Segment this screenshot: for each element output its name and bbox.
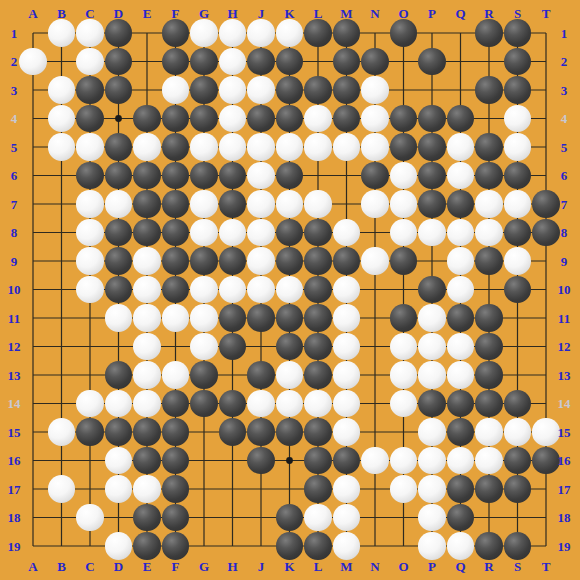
intersection-C5[interactable] [76,133,105,162]
intersection-J11[interactable] [247,304,276,333]
intersection-P1[interactable] [418,19,447,48]
intersection-S17[interactable] [503,475,532,504]
intersection-P9[interactable] [418,247,447,276]
intersection-J12[interactable] [247,332,276,361]
intersection-H11[interactable] [218,304,247,333]
intersection-N2[interactable] [361,47,390,76]
intersection-M7[interactable] [332,190,361,219]
intersection-C8[interactable] [76,218,105,247]
intersection-R2[interactable] [475,47,504,76]
intersection-B4[interactable] [47,104,76,133]
intersection-P7[interactable] [418,190,447,219]
intersection-Q4[interactable] [446,104,475,133]
intersection-G8[interactable] [190,218,219,247]
intersection-N8[interactable] [361,218,390,247]
intersection-S1[interactable] [503,19,532,48]
intersection-J6[interactable] [247,161,276,190]
intersection-O15[interactable] [389,418,418,447]
intersection-S9[interactable] [503,247,532,276]
intersection-F14[interactable] [161,389,190,418]
intersection-P12[interactable] [418,332,447,361]
intersection-J13[interactable] [247,361,276,390]
intersection-B15[interactable] [47,418,76,447]
intersection-S12[interactable] [503,332,532,361]
intersection-F12[interactable] [161,332,190,361]
intersection-F6[interactable] [161,161,190,190]
intersection-H9[interactable] [218,247,247,276]
intersection-O14[interactable] [389,389,418,418]
intersection-M2[interactable] [332,47,361,76]
intersection-G2[interactable] [190,47,219,76]
intersection-B8[interactable] [47,218,76,247]
intersection-E11[interactable] [133,304,162,333]
intersection-E2[interactable] [133,47,162,76]
intersection-L4[interactable] [304,104,333,133]
intersection-P19[interactable] [418,532,447,561]
intersection-N4[interactable] [361,104,390,133]
intersection-O18[interactable] [389,503,418,532]
intersection-P8[interactable] [418,218,447,247]
intersection-P17[interactable] [418,475,447,504]
intersection-G9[interactable] [190,247,219,276]
intersection-G4[interactable] [190,104,219,133]
intersection-D17[interactable] [104,475,133,504]
intersection-G13[interactable] [190,361,219,390]
intersection-E10[interactable] [133,275,162,304]
intersection-C9[interactable] [76,247,105,276]
intersection-Q16[interactable] [446,446,475,475]
intersection-M11[interactable] [332,304,361,333]
intersection-H8[interactable] [218,218,247,247]
intersection-D12[interactable] [104,332,133,361]
intersection-G19[interactable] [190,532,219,561]
intersection-L19[interactable] [304,532,333,561]
intersection-E5[interactable] [133,133,162,162]
intersection-Q12[interactable] [446,332,475,361]
intersection-N15[interactable] [361,418,390,447]
intersection-H5[interactable] [218,133,247,162]
intersection-N7[interactable] [361,190,390,219]
intersection-G16[interactable] [190,446,219,475]
intersection-L11[interactable] [304,304,333,333]
intersection-J15[interactable] [247,418,276,447]
intersection-L8[interactable] [304,218,333,247]
intersection-O4[interactable] [389,104,418,133]
intersection-O11[interactable] [389,304,418,333]
intersection-J17[interactable] [247,475,276,504]
intersection-O5[interactable] [389,133,418,162]
intersection-M16[interactable] [332,446,361,475]
intersection-O3[interactable] [389,76,418,105]
intersection-F18[interactable] [161,503,190,532]
intersection-F3[interactable] [161,76,190,105]
intersection-F4[interactable] [161,104,190,133]
intersection-K18[interactable] [275,503,304,532]
intersection-S7[interactable] [503,190,532,219]
intersection-Q1[interactable] [446,19,475,48]
intersection-H16[interactable] [218,446,247,475]
intersection-B13[interactable] [47,361,76,390]
intersection-N14[interactable] [361,389,390,418]
intersection-N11[interactable] [361,304,390,333]
intersection-P18[interactable] [418,503,447,532]
intersection-D5[interactable] [104,133,133,162]
intersection-F5[interactable] [161,133,190,162]
intersection-M14[interactable] [332,389,361,418]
intersection-L9[interactable] [304,247,333,276]
intersection-E1[interactable] [133,19,162,48]
intersection-N6[interactable] [361,161,390,190]
intersection-E18[interactable] [133,503,162,532]
intersection-K11[interactable] [275,304,304,333]
intersection-L2[interactable] [304,47,333,76]
intersection-E15[interactable] [133,418,162,447]
intersection-R13[interactable] [475,361,504,390]
intersection-P5[interactable] [418,133,447,162]
intersection-D3[interactable] [104,76,133,105]
intersection-B10[interactable] [47,275,76,304]
intersection-L1[interactable] [304,19,333,48]
intersection-S11[interactable] [503,304,532,333]
intersection-P16[interactable] [418,446,447,475]
intersection-R18[interactable] [475,503,504,532]
intersection-K15[interactable] [275,418,304,447]
intersection-H6[interactable] [218,161,247,190]
intersection-R10[interactable] [475,275,504,304]
intersection-R15[interactable] [475,418,504,447]
intersection-P15[interactable] [418,418,447,447]
intersection-R5[interactable] [475,133,504,162]
intersection-B16[interactable] [47,446,76,475]
intersection-Q19[interactable] [446,532,475,561]
intersection-J2[interactable] [247,47,276,76]
intersection-C18[interactable] [76,503,105,532]
intersection-K19[interactable] [275,532,304,561]
intersection-B1[interactable] [47,19,76,48]
intersection-L15[interactable] [304,418,333,447]
intersection-N19[interactable] [361,532,390,561]
intersection-H4[interactable] [218,104,247,133]
intersection-N18[interactable] [361,503,390,532]
intersection-C11[interactable] [76,304,105,333]
intersection-O10[interactable] [389,275,418,304]
intersection-Q13[interactable] [446,361,475,390]
intersection-K4[interactable] [275,104,304,133]
intersection-K17[interactable] [275,475,304,504]
intersection-H13[interactable] [218,361,247,390]
intersection-D19[interactable] [104,532,133,561]
intersection-F10[interactable] [161,275,190,304]
intersection-L3[interactable] [304,76,333,105]
intersection-H2[interactable] [218,47,247,76]
intersection-F17[interactable] [161,475,190,504]
intersection-E14[interactable] [133,389,162,418]
intersection-R4[interactable] [475,104,504,133]
intersection-F13[interactable] [161,361,190,390]
intersection-M17[interactable] [332,475,361,504]
intersection-S14[interactable] [503,389,532,418]
intersection-N17[interactable] [361,475,390,504]
intersection-B18[interactable] [47,503,76,532]
intersection-N13[interactable] [361,361,390,390]
intersection-B3[interactable] [47,76,76,105]
intersection-O8[interactable] [389,218,418,247]
intersection-Q15[interactable] [446,418,475,447]
intersection-D7[interactable] [104,190,133,219]
intersection-O17[interactable] [389,475,418,504]
intersection-P3[interactable] [418,76,447,105]
intersection-F19[interactable] [161,532,190,561]
intersection-C3[interactable] [76,76,105,105]
intersection-C7[interactable] [76,190,105,219]
intersection-H18[interactable] [218,503,247,532]
intersection-H7[interactable] [218,190,247,219]
intersection-G11[interactable] [190,304,219,333]
intersection-Q9[interactable] [446,247,475,276]
intersection-F2[interactable] [161,47,190,76]
intersection-P13[interactable] [418,361,447,390]
intersection-N10[interactable] [361,275,390,304]
intersection-E12[interactable] [133,332,162,361]
intersection-D4[interactable] [104,104,133,133]
intersection-C2[interactable] [76,47,105,76]
intersection-K6[interactable] [275,161,304,190]
intersection-P11[interactable] [418,304,447,333]
intersection-C10[interactable] [76,275,105,304]
intersection-J14[interactable] [247,389,276,418]
intersection-H10[interactable] [218,275,247,304]
intersection-M8[interactable] [332,218,361,247]
intersection-D1[interactable] [104,19,133,48]
intersection-G18[interactable] [190,503,219,532]
intersection-J19[interactable] [247,532,276,561]
intersection-G15[interactable] [190,418,219,447]
intersection-C16[interactable] [76,446,105,475]
intersection-P14[interactable] [418,389,447,418]
intersection-L13[interactable] [304,361,333,390]
intersection-G10[interactable] [190,275,219,304]
intersection-Q5[interactable] [446,133,475,162]
intersection-O16[interactable] [389,446,418,475]
intersection-S10[interactable] [503,275,532,304]
intersection-P2[interactable] [418,47,447,76]
intersection-D15[interactable] [104,418,133,447]
intersection-J9[interactable] [247,247,276,276]
intersection-G6[interactable] [190,161,219,190]
intersection-H15[interactable] [218,418,247,447]
intersection-D16[interactable] [104,446,133,475]
intersection-O19[interactable] [389,532,418,561]
intersection-Q2[interactable] [446,47,475,76]
intersection-C15[interactable] [76,418,105,447]
intersection-Q14[interactable] [446,389,475,418]
intersection-C13[interactable] [76,361,105,390]
intersection-Q11[interactable] [446,304,475,333]
intersection-K14[interactable] [275,389,304,418]
intersection-N16[interactable] [361,446,390,475]
intersection-L7[interactable] [304,190,333,219]
intersection-Q17[interactable] [446,475,475,504]
intersection-O9[interactable] [389,247,418,276]
intersection-E9[interactable] [133,247,162,276]
intersection-G3[interactable] [190,76,219,105]
intersection-J8[interactable] [247,218,276,247]
intersection-H19[interactable] [218,532,247,561]
intersection-D18[interactable] [104,503,133,532]
intersection-P6[interactable] [418,161,447,190]
intersection-R8[interactable] [475,218,504,247]
intersection-J1[interactable] [247,19,276,48]
intersection-B11[interactable] [47,304,76,333]
intersection-B7[interactable] [47,190,76,219]
intersection-E3[interactable] [133,76,162,105]
intersection-E13[interactable] [133,361,162,390]
intersection-B6[interactable] [47,161,76,190]
intersection-R3[interactable] [475,76,504,105]
intersection-B12[interactable] [47,332,76,361]
intersection-G5[interactable] [190,133,219,162]
intersection-S13[interactable] [503,361,532,390]
intersection-S3[interactable] [503,76,532,105]
intersection-M3[interactable] [332,76,361,105]
intersection-N3[interactable] [361,76,390,105]
intersection-C12[interactable] [76,332,105,361]
intersection-G7[interactable] [190,190,219,219]
intersection-F8[interactable] [161,218,190,247]
intersection-D2[interactable] [104,47,133,76]
intersection-C17[interactable] [76,475,105,504]
intersection-M5[interactable] [332,133,361,162]
intersection-S15[interactable] [503,418,532,447]
intersection-B17[interactable] [47,475,76,504]
intersection-Q6[interactable] [446,161,475,190]
intersection-O12[interactable] [389,332,418,361]
intersection-D13[interactable] [104,361,133,390]
intersection-G12[interactable] [190,332,219,361]
intersection-K2[interactable] [275,47,304,76]
intersection-L16[interactable] [304,446,333,475]
intersection-E4[interactable] [133,104,162,133]
intersection-N1[interactable] [361,19,390,48]
intersection-M12[interactable] [332,332,361,361]
intersection-K16[interactable] [275,446,304,475]
intersection-Q18[interactable] [446,503,475,532]
intersection-E7[interactable] [133,190,162,219]
intersection-R1[interactable] [475,19,504,48]
intersection-C1[interactable] [76,19,105,48]
intersection-D14[interactable] [104,389,133,418]
intersection-R14[interactable] [475,389,504,418]
intersection-H14[interactable] [218,389,247,418]
intersection-B14[interactable] [47,389,76,418]
intersection-S5[interactable] [503,133,532,162]
intersection-R17[interactable] [475,475,504,504]
intersection-K5[interactable] [275,133,304,162]
intersection-J7[interactable] [247,190,276,219]
intersection-J4[interactable] [247,104,276,133]
intersection-C6[interactable] [76,161,105,190]
intersection-D9[interactable] [104,247,133,276]
intersection-M13[interactable] [332,361,361,390]
intersection-F7[interactable] [161,190,190,219]
intersection-J3[interactable] [247,76,276,105]
intersection-N12[interactable] [361,332,390,361]
intersection-C4[interactable] [76,104,105,133]
intersection-S6[interactable] [503,161,532,190]
intersection-P4[interactable] [418,104,447,133]
intersection-J5[interactable] [247,133,276,162]
intersection-E19[interactable] [133,532,162,561]
intersection-H1[interactable] [218,19,247,48]
intersection-R19[interactable] [475,532,504,561]
intersection-L12[interactable] [304,332,333,361]
intersection-S16[interactable] [503,446,532,475]
intersection-D6[interactable] [104,161,133,190]
intersection-D8[interactable] [104,218,133,247]
intersection-B19[interactable] [47,532,76,561]
intersection-F11[interactable] [161,304,190,333]
intersection-N9[interactable] [361,247,390,276]
intersection-G17[interactable] [190,475,219,504]
intersection-M18[interactable] [332,503,361,532]
intersection-K10[interactable] [275,275,304,304]
intersection-L6[interactable] [304,161,333,190]
intersection-J18[interactable] [247,503,276,532]
intersection-C14[interactable] [76,389,105,418]
intersection-O1[interactable] [389,19,418,48]
intersection-S4[interactable] [503,104,532,133]
intersection-M15[interactable] [332,418,361,447]
intersection-K12[interactable] [275,332,304,361]
intersection-O13[interactable] [389,361,418,390]
intersection-S19[interactable] [503,532,532,561]
intersection-L17[interactable] [304,475,333,504]
intersection-B9[interactable] [47,247,76,276]
intersection-G1[interactable] [190,19,219,48]
intersection-E16[interactable] [133,446,162,475]
intersection-R9[interactable] [475,247,504,276]
intersection-K13[interactable] [275,361,304,390]
intersection-L14[interactable] [304,389,333,418]
intersection-L18[interactable] [304,503,333,532]
intersection-B5[interactable] [47,133,76,162]
intersection-O6[interactable] [389,161,418,190]
intersection-M4[interactable] [332,104,361,133]
intersection-R16[interactable] [475,446,504,475]
intersection-K1[interactable] [275,19,304,48]
intersection-D11[interactable] [104,304,133,333]
intersection-J16[interactable] [247,446,276,475]
intersection-J10[interactable] [247,275,276,304]
intersection-E8[interactable] [133,218,162,247]
intersection-M9[interactable] [332,247,361,276]
intersection-Q7[interactable] [446,190,475,219]
intersection-O2[interactable] [389,47,418,76]
intersection-N5[interactable] [361,133,390,162]
intersection-K8[interactable] [275,218,304,247]
intersection-Q3[interactable] [446,76,475,105]
intersection-H3[interactable] [218,76,247,105]
intersection-F1[interactable] [161,19,190,48]
intersection-S8[interactable] [503,218,532,247]
intersection-E17[interactable] [133,475,162,504]
intersection-M19[interactable] [332,532,361,561]
intersection-E6[interactable] [133,161,162,190]
intersection-F15[interactable] [161,418,190,447]
intersection-R6[interactable] [475,161,504,190]
intersection-S18[interactable] [503,503,532,532]
intersection-H12[interactable] [218,332,247,361]
